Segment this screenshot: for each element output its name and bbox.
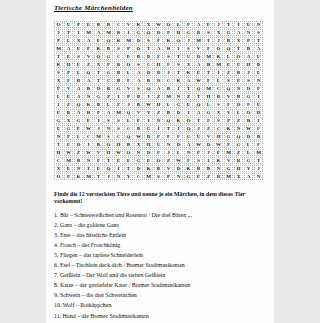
grid-cell[interactable]: R bbox=[234, 157, 243, 164]
grid-cell[interactable]: J bbox=[104, 173, 113, 180]
grid-cell[interactable]: A bbox=[194, 21, 203, 28]
grid-cell[interactable]: J bbox=[94, 125, 103, 132]
grid-cell[interactable]: L bbox=[214, 77, 223, 84]
grid-cell[interactable]: N bbox=[114, 173, 123, 180]
grid-cell[interactable]: T bbox=[254, 157, 263, 164]
grid-cell[interactable]: G bbox=[104, 53, 113, 60]
grid-cell[interactable]: K bbox=[74, 173, 83, 180]
grid-cell[interactable]: H bbox=[104, 149, 113, 156]
grid-cell[interactable]: Q bbox=[74, 101, 83, 108]
grid-cell[interactable]: C bbox=[114, 133, 123, 140]
grid-cell[interactable]: F bbox=[204, 77, 213, 84]
grid-cell[interactable]: F bbox=[94, 109, 103, 116]
grid-cell[interactable]: Z bbox=[224, 69, 233, 76]
grid-cell[interactable]: D bbox=[204, 141, 213, 148]
grid-cell[interactable]: Q bbox=[234, 133, 243, 140]
grid-cell[interactable]: Z bbox=[204, 173, 213, 180]
grid-cell[interactable]: B bbox=[94, 141, 103, 148]
grid-cell[interactable]: A bbox=[84, 37, 93, 44]
grid-cell[interactable]: Q bbox=[174, 37, 183, 44]
grid-cell[interactable]: F bbox=[64, 77, 73, 84]
grid-cell[interactable]: O bbox=[124, 149, 133, 156]
grid-cell[interactable]: T bbox=[194, 93, 203, 100]
grid-cell[interactable]: D bbox=[134, 37, 143, 44]
grid-cell[interactable]: A bbox=[134, 77, 143, 84]
grid-cell[interactable]: Z bbox=[234, 117, 243, 124]
grid-cell[interactable]: S bbox=[54, 69, 63, 76]
grid-cell[interactable]: K bbox=[84, 101, 93, 108]
grid-cell[interactable]: L bbox=[74, 69, 83, 76]
grid-cell[interactable]: F bbox=[164, 133, 173, 140]
grid-cell[interactable]: D bbox=[244, 133, 253, 140]
grid-cell[interactable]: N bbox=[54, 133, 63, 140]
grid-cell[interactable]: Z bbox=[234, 149, 243, 156]
grid-cell[interactable]: G bbox=[134, 157, 143, 164]
grid-cell[interactable]: A bbox=[244, 53, 253, 60]
grid-cell[interactable]: A bbox=[64, 45, 73, 52]
grid-cell[interactable]: I bbox=[174, 85, 183, 92]
grid-cell[interactable]: K bbox=[134, 21, 143, 28]
grid-cell[interactable]: S bbox=[184, 45, 193, 52]
grid-cell[interactable]: H bbox=[54, 149, 63, 156]
grid-cell[interactable]: B bbox=[64, 109, 73, 116]
grid-cell[interactable]: S bbox=[114, 45, 123, 52]
grid-cell[interactable]: R bbox=[114, 61, 123, 68]
grid-cell[interactable]: J bbox=[124, 101, 133, 108]
grid-cell[interactable]: T bbox=[94, 77, 103, 84]
grid-cell[interactable]: D bbox=[144, 53, 153, 60]
grid-cell[interactable]: V bbox=[224, 109, 233, 116]
grid-cell[interactable]: Q bbox=[194, 85, 203, 92]
grid-cell[interactable]: M bbox=[94, 133, 103, 140]
grid-cell[interactable]: S bbox=[114, 125, 123, 132]
grid-cell[interactable]: J bbox=[254, 165, 263, 172]
grid-cell[interactable]: F bbox=[174, 133, 183, 140]
grid-cell[interactable]: B bbox=[164, 85, 173, 92]
grid-cell[interactable]: I bbox=[114, 93, 123, 100]
grid-cell[interactable]: A bbox=[74, 93, 83, 100]
grid-cell[interactable]: X bbox=[54, 77, 63, 84]
grid-cell[interactable]: P bbox=[74, 21, 83, 28]
grid-cell[interactable]: B bbox=[164, 109, 173, 116]
grid-cell[interactable]: T bbox=[224, 21, 233, 28]
grid-cell[interactable]: L bbox=[164, 101, 173, 108]
grid-cell[interactable]: K bbox=[184, 165, 193, 172]
grid-cell[interactable]: C bbox=[54, 157, 63, 164]
grid-cell[interactable]: E bbox=[64, 165, 73, 172]
grid-cell[interactable]: P bbox=[124, 45, 133, 52]
grid-cell[interactable]: E bbox=[204, 21, 213, 28]
grid-cell[interactable]: T bbox=[54, 141, 63, 148]
grid-cell[interactable]: O bbox=[234, 53, 243, 60]
grid-cell[interactable]: N bbox=[174, 93, 183, 100]
grid-cell[interactable]: O bbox=[134, 45, 143, 52]
grid-cell[interactable]: H bbox=[64, 61, 73, 68]
grid-cell[interactable]: F bbox=[224, 141, 233, 148]
grid-cell[interactable]: W bbox=[194, 77, 203, 84]
grid-cell[interactable]: M bbox=[194, 37, 203, 44]
grid-cell[interactable]: B bbox=[84, 85, 93, 92]
grid-cell[interactable]: J bbox=[54, 29, 63, 36]
grid-cell[interactable]: D bbox=[134, 165, 143, 172]
grid-cell[interactable]: Q bbox=[184, 125, 193, 132]
grid-cell[interactable]: C bbox=[114, 21, 123, 28]
grid-cell[interactable]: M bbox=[204, 53, 213, 60]
grid-cell[interactable]: N bbox=[154, 77, 163, 84]
grid-cell[interactable]: Q bbox=[144, 85, 153, 92]
grid-cell[interactable]: N bbox=[84, 157, 93, 164]
grid-cell[interactable]: L bbox=[104, 101, 113, 108]
grid-cell[interactable]: T bbox=[174, 69, 183, 76]
grid-cell[interactable]: L bbox=[224, 53, 233, 60]
grid-cell[interactable]: B bbox=[214, 93, 223, 100]
grid-cell[interactable]: E bbox=[94, 37, 103, 44]
grid-cell[interactable]: M bbox=[224, 149, 233, 156]
grid-cell[interactable]: B bbox=[154, 165, 163, 172]
grid-cell[interactable]: F bbox=[184, 157, 193, 164]
grid-cell[interactable]: E bbox=[194, 173, 203, 180]
grid-cell[interactable]: T bbox=[204, 37, 213, 44]
grid-cell[interactable]: X bbox=[214, 29, 223, 36]
grid-cell[interactable]: N bbox=[254, 77, 263, 84]
grid-cell[interactable]: B bbox=[74, 77, 83, 84]
grid-cell[interactable]: D bbox=[174, 109, 183, 116]
grid-cell[interactable]: M bbox=[164, 93, 173, 100]
grid-cell[interactable]: B bbox=[194, 165, 203, 172]
grid-cell[interactable]: E bbox=[74, 61, 83, 68]
grid-cell[interactable]: B bbox=[134, 101, 143, 108]
grid-cell[interactable]: I bbox=[174, 125, 183, 132]
grid-cell[interactable]: M bbox=[254, 149, 263, 156]
grid-cell[interactable]: N bbox=[234, 125, 243, 132]
grid-cell[interactable]: V bbox=[64, 85, 73, 92]
grid-cell[interactable]: F bbox=[64, 133, 73, 140]
grid-cell[interactable]: F bbox=[94, 157, 103, 164]
grid-cell[interactable]: Y bbox=[144, 109, 153, 116]
grid-cell[interactable]: G bbox=[54, 117, 63, 124]
grid-cell[interactable]: M bbox=[144, 173, 153, 180]
grid-cell[interactable]: L bbox=[54, 93, 63, 100]
grid-cell[interactable]: N bbox=[134, 149, 143, 156]
grid-cell[interactable]: J bbox=[164, 69, 173, 76]
grid-cell[interactable]: N bbox=[184, 149, 193, 156]
grid-cell[interactable]: E bbox=[214, 149, 223, 156]
grid-cell[interactable]: G bbox=[134, 29, 143, 36]
grid-cell[interactable]: C bbox=[134, 173, 143, 180]
grid-cell[interactable]: B bbox=[144, 77, 153, 84]
grid-cell[interactable]: G bbox=[234, 141, 243, 148]
grid-cell[interactable]: R bbox=[84, 109, 93, 116]
grid-cell[interactable]: T bbox=[94, 173, 103, 180]
grid-cell[interactable]: J bbox=[244, 69, 253, 76]
grid-cell[interactable]: H bbox=[244, 61, 253, 68]
grid-cell[interactable]: G bbox=[184, 173, 193, 180]
grid-cell[interactable]: Q bbox=[224, 85, 233, 92]
grid-cell[interactable]: B bbox=[104, 45, 113, 52]
grid-cell[interactable]: N bbox=[254, 21, 263, 28]
grid-cell[interactable]: M bbox=[84, 29, 93, 36]
grid-cell[interactable]: E bbox=[184, 101, 193, 108]
grid-cell[interactable]: L bbox=[124, 69, 133, 76]
grid-cell[interactable]: T bbox=[144, 45, 153, 52]
grid-cell[interactable]: N bbox=[174, 173, 183, 180]
grid-cell[interactable]: Q bbox=[124, 109, 133, 116]
grid-cell[interactable]: D bbox=[144, 69, 153, 76]
grid-cell[interactable]: X bbox=[144, 21, 153, 28]
grid-cell[interactable]: V bbox=[124, 21, 133, 28]
grid-cell[interactable]: M bbox=[204, 85, 213, 92]
grid-cell[interactable]: B bbox=[234, 69, 243, 76]
grid-cell[interactable]: Z bbox=[154, 93, 163, 100]
grid-cell[interactable]: F bbox=[104, 61, 113, 68]
grid-cell[interactable]: U bbox=[254, 101, 263, 108]
grid-cell[interactable]: K bbox=[144, 165, 153, 172]
grid-cell[interactable]: A bbox=[194, 109, 203, 116]
grid-cell[interactable]: L bbox=[244, 149, 253, 156]
grid-cell[interactable]: K bbox=[214, 157, 223, 164]
grid-cell[interactable]: G bbox=[74, 117, 83, 124]
grid-cell[interactable]: H bbox=[154, 101, 163, 108]
grid-cell[interactable]: L bbox=[204, 101, 213, 108]
grid-cell[interactable]: E bbox=[124, 157, 133, 164]
grid-cell[interactable]: H bbox=[204, 93, 213, 100]
grid-cell[interactable]: I bbox=[144, 93, 153, 100]
grid-cell[interactable]: O bbox=[124, 61, 133, 68]
grid-cell[interactable]: S bbox=[204, 29, 213, 36]
grid-cell[interactable]: I bbox=[114, 165, 123, 172]
grid-cell[interactable]: Q bbox=[104, 37, 113, 44]
grid-cell[interactable]: V bbox=[134, 109, 143, 116]
grid-cell[interactable]: F bbox=[164, 61, 173, 68]
grid-cell[interactable]: O bbox=[184, 117, 193, 124]
grid-cell[interactable]: V bbox=[164, 165, 173, 172]
grid-cell[interactable]: J bbox=[214, 21, 223, 28]
grid-cell[interactable]: B bbox=[134, 93, 143, 100]
grid-cell[interactable]: B bbox=[124, 141, 133, 148]
grid-cell[interactable]: F bbox=[224, 101, 233, 108]
grid-cell[interactable]: R bbox=[214, 173, 223, 180]
grid-cell[interactable]: E bbox=[224, 61, 233, 68]
grid-cell[interactable]: F bbox=[154, 133, 163, 140]
grid-cell[interactable]: K bbox=[184, 69, 193, 76]
grid-cell[interactable]: A bbox=[234, 29, 243, 36]
grid-cell[interactable]: G bbox=[244, 93, 253, 100]
grid-cell[interactable]: P bbox=[64, 69, 73, 76]
grid-cell[interactable]: R bbox=[114, 29, 123, 36]
grid-cell[interactable]: G bbox=[184, 133, 193, 140]
grid-cell[interactable]: X bbox=[74, 37, 83, 44]
grid-cell[interactable]: I bbox=[124, 29, 133, 36]
grid-cell[interactable]: F bbox=[254, 141, 263, 148]
grid-cell[interactable]: J bbox=[204, 149, 213, 156]
grid-cell[interactable]: U bbox=[244, 21, 253, 28]
grid-cell[interactable]: S bbox=[214, 117, 223, 124]
grid-cell[interactable]: Z bbox=[84, 61, 93, 68]
grid-cell[interactable]: E bbox=[84, 21, 93, 28]
grid-cell[interactable]: I bbox=[204, 157, 213, 164]
grid-cell[interactable]: L bbox=[64, 37, 73, 44]
grid-cell[interactable]: M bbox=[104, 29, 113, 36]
grid-cell[interactable]: V bbox=[84, 53, 93, 60]
grid-cell[interactable]: W bbox=[84, 125, 93, 132]
grid-cell[interactable]: E bbox=[54, 109, 63, 116]
grid-cell[interactable]: R bbox=[244, 117, 253, 124]
grid-cell[interactable]: C bbox=[84, 133, 93, 140]
grid-cell[interactable]: S bbox=[134, 85, 143, 92]
grid-cell[interactable]: V bbox=[224, 157, 233, 164]
grid-cell[interactable]: G bbox=[224, 165, 233, 172]
grid-cell[interactable]: X bbox=[234, 37, 243, 44]
grid-cell[interactable]: Z bbox=[154, 109, 163, 116]
grid-cell[interactable]: S bbox=[224, 77, 233, 84]
grid-cell[interactable]: L bbox=[74, 133, 83, 140]
grid-cell[interactable]: S bbox=[244, 77, 253, 84]
grid-cell[interactable]: V bbox=[224, 93, 233, 100]
grid-cell[interactable]: Z bbox=[164, 157, 173, 164]
grid-cell[interactable]: C bbox=[144, 61, 153, 68]
grid-cell[interactable]: V bbox=[94, 149, 103, 156]
grid-cell[interactable]: E bbox=[134, 117, 143, 124]
grid-cell[interactable]: C bbox=[104, 77, 113, 84]
grid-cell[interactable]: B bbox=[114, 69, 123, 76]
grid-cell[interactable]: E bbox=[74, 45, 83, 52]
grid-cell[interactable]: N bbox=[164, 141, 173, 148]
grid-cell[interactable]: E bbox=[124, 53, 133, 60]
grid-cell[interactable]: X bbox=[134, 141, 143, 148]
grid-cell[interactable]: N bbox=[154, 117, 163, 124]
grid-cell[interactable]: E bbox=[94, 165, 103, 172]
grid-cell[interactable]: K bbox=[54, 61, 63, 68]
grid-cell[interactable]: D bbox=[154, 29, 163, 36]
grid-cell[interactable]: F bbox=[204, 117, 213, 124]
grid-cell[interactable]: K bbox=[114, 37, 123, 44]
grid-cell[interactable]: I bbox=[54, 101, 63, 108]
grid-cell[interactable]: Q bbox=[224, 45, 233, 52]
grid-cell[interactable]: U bbox=[194, 133, 203, 140]
grid-cell[interactable]: X bbox=[64, 117, 73, 124]
grid-cell[interactable]: N bbox=[104, 125, 113, 132]
grid-cell[interactable]: D bbox=[244, 85, 253, 92]
grid-cell[interactable]: I bbox=[84, 141, 93, 148]
grid-cell[interactable]: B bbox=[234, 93, 243, 100]
grid-cell[interactable]: I bbox=[254, 93, 263, 100]
grid-cell[interactable]: T bbox=[124, 165, 133, 172]
grid-cell[interactable]: I bbox=[214, 69, 223, 76]
grid-cell[interactable]: Z bbox=[64, 101, 73, 108]
grid-cell[interactable]: U bbox=[64, 141, 73, 148]
grid-cell[interactable]: E bbox=[54, 125, 63, 132]
grid-cell[interactable]: B bbox=[204, 61, 213, 68]
grid-cell[interactable]: E bbox=[74, 125, 83, 132]
grid-cell[interactable]: K bbox=[174, 77, 183, 84]
grid-cell[interactable]: B bbox=[104, 21, 113, 28]
grid-cell[interactable]: H bbox=[174, 29, 183, 36]
grid-cell[interactable]: G bbox=[104, 69, 113, 76]
grid-cell[interactable]: N bbox=[74, 165, 83, 172]
grid-cell[interactable]: B bbox=[114, 77, 123, 84]
grid-cell[interactable]: Z bbox=[204, 125, 213, 132]
grid-cell[interactable]: A bbox=[134, 69, 143, 76]
grid-cell[interactable]: F bbox=[154, 53, 163, 60]
grid-cell[interactable]: I bbox=[144, 117, 153, 124]
grid-cell[interactable]: X bbox=[234, 173, 243, 180]
grid-cell[interactable]: P bbox=[224, 117, 233, 124]
grid-cell[interactable]: T bbox=[84, 165, 93, 172]
grid-cell[interactable]: C bbox=[214, 125, 223, 132]
grid-cell[interactable]: G bbox=[184, 29, 193, 36]
grid-cell[interactable]: K bbox=[174, 117, 183, 124]
grid-cell[interactable]: B bbox=[94, 21, 103, 28]
grid-cell[interactable]: O bbox=[54, 21, 63, 28]
grid-cell[interactable]: R bbox=[164, 45, 173, 52]
grid-cell[interactable]: F bbox=[254, 125, 263, 132]
grid-cell[interactable]: Q bbox=[194, 101, 203, 108]
grid-cell[interactable]: X bbox=[54, 165, 63, 172]
grid-cell[interactable]: X bbox=[94, 61, 103, 68]
grid-cell[interactable]: B bbox=[254, 61, 263, 68]
grid-cell[interactable]: G bbox=[64, 125, 73, 132]
grid-cell[interactable]: W bbox=[194, 141, 203, 148]
grid-cell[interactable]: A bbox=[184, 77, 193, 84]
grid-cell[interactable]: S bbox=[214, 101, 223, 108]
grid-cell[interactable]: D bbox=[74, 141, 83, 148]
grid-cell[interactable]: T bbox=[234, 45, 243, 52]
grid-cell[interactable]: B bbox=[194, 29, 203, 36]
grid-cell[interactable]: E bbox=[64, 93, 73, 100]
grid-cell[interactable]: A bbox=[154, 85, 163, 92]
grid-cell[interactable]: H bbox=[254, 109, 263, 116]
grid-cell[interactable]: W bbox=[214, 141, 223, 148]
grid-cell[interactable]: X bbox=[214, 109, 223, 116]
grid-cell[interactable]: A bbox=[194, 61, 203, 68]
grid-cell[interactable]: L bbox=[234, 109, 243, 116]
grid-cell[interactable]: P bbox=[244, 37, 253, 44]
grid-cell[interactable]: Y bbox=[124, 173, 133, 180]
grid-cell[interactable]: S bbox=[114, 117, 123, 124]
grid-cell[interactable]: B bbox=[134, 125, 143, 132]
grid-cell[interactable]: L bbox=[124, 117, 133, 124]
grid-cell[interactable]: I bbox=[154, 125, 163, 132]
grid-cell[interactable]: Q bbox=[104, 165, 113, 172]
grid-cell[interactable]: F bbox=[64, 173, 73, 180]
grid-cell[interactable]: U bbox=[184, 53, 193, 60]
grid-cell[interactable]: R bbox=[104, 85, 113, 92]
grid-cell[interactable]: K bbox=[164, 37, 173, 44]
grid-cell[interactable]: D bbox=[144, 133, 153, 140]
grid-cell[interactable]: W bbox=[174, 157, 183, 164]
grid-cell[interactable]: S bbox=[164, 53, 173, 60]
grid-cell[interactable]: T bbox=[54, 53, 63, 60]
grid-cell[interactable]: O bbox=[154, 157, 163, 164]
grid-cell[interactable]: D bbox=[234, 101, 243, 108]
grid-cell[interactable]: A bbox=[254, 45, 263, 52]
grid-cell[interactable]: E bbox=[234, 77, 243, 84]
grid-cell[interactable]: G bbox=[144, 125, 153, 132]
grid-cell[interactable]: M bbox=[54, 45, 63, 52]
grid-cell[interactable]: A bbox=[74, 85, 83, 92]
grid-cell[interactable]: T bbox=[204, 69, 213, 76]
grid-cell[interactable]: J bbox=[194, 125, 203, 132]
grid-cell[interactable]: G bbox=[94, 93, 103, 100]
grid-cell[interactable]: H bbox=[144, 141, 153, 148]
grid-cell[interactable]: D bbox=[154, 69, 163, 76]
grid-cell[interactable]: V bbox=[194, 45, 203, 52]
grid-cell[interactable]: F bbox=[184, 21, 193, 28]
grid-cell[interactable]: U bbox=[254, 53, 263, 60]
grid-cell[interactable]: K bbox=[94, 45, 103, 52]
grid-cell[interactable]: O bbox=[214, 45, 223, 52]
grid-cell[interactable]: S bbox=[254, 29, 263, 36]
